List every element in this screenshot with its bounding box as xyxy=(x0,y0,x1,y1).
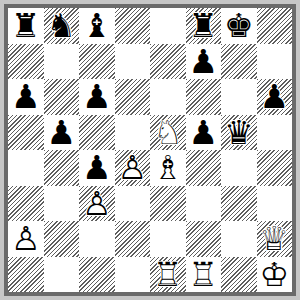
piece-halo: ♟ xyxy=(8,79,44,115)
piece-halo: ♜ xyxy=(8,8,44,44)
piece-halo: ♟ xyxy=(44,115,80,151)
black-pawn[interactable]: ♟♟ xyxy=(186,44,222,80)
square-a5[interactable] xyxy=(8,115,44,151)
square-e1[interactable]: ♜♖ xyxy=(150,257,186,293)
square-e6[interactable] xyxy=(150,79,186,115)
square-a8[interactable]: ♜♜ xyxy=(8,8,44,44)
piece-glyph: ♟ xyxy=(79,150,115,186)
square-h8[interactable] xyxy=(257,8,293,44)
white-knight[interactable]: ♞♘ xyxy=(150,115,186,151)
square-h6[interactable]: ♟♟ xyxy=(257,79,293,115)
white-king[interactable]: ♚♔ xyxy=(257,257,293,293)
square-a4[interactable] xyxy=(8,150,44,186)
piece-glyph: ♔ xyxy=(257,257,293,293)
square-f7[interactable]: ♟♟ xyxy=(186,44,222,80)
square-f3[interactable] xyxy=(186,186,222,222)
board-frame-inner: ♜♜♞♞♝♝♜♜♚♚♟♟♟♟♟♟♟♟♟♟♞♘♟♟♛♛♟♟♟♙♝♗♟♙♟♙♛♕♜♖… xyxy=(4,4,296,296)
piece-glyph: ♙ xyxy=(115,150,151,186)
square-d4[interactable]: ♟♙ xyxy=(115,150,151,186)
piece-glyph: ♞ xyxy=(44,8,80,44)
square-e3[interactable] xyxy=(150,186,186,222)
piece-halo: ♞ xyxy=(44,8,80,44)
white-pawn[interactable]: ♟♙ xyxy=(115,150,151,186)
white-rook[interactable]: ♜♖ xyxy=(186,257,222,293)
piece-glyph: ♟ xyxy=(186,44,222,80)
square-g4[interactable] xyxy=(221,150,257,186)
piece-halo: ♟ xyxy=(257,79,293,115)
square-e8[interactable] xyxy=(150,8,186,44)
square-d6[interactable] xyxy=(115,79,151,115)
square-g7[interactable] xyxy=(221,44,257,80)
square-b3[interactable] xyxy=(44,186,80,222)
piece-glyph: ♟ xyxy=(44,115,80,151)
piece-glyph: ♙ xyxy=(79,186,115,222)
square-h5[interactable] xyxy=(257,115,293,151)
white-queen[interactable]: ♛♕ xyxy=(257,221,293,257)
black-queen[interactable]: ♛♛ xyxy=(221,115,257,151)
square-a1[interactable] xyxy=(8,257,44,293)
piece-halo: ♝ xyxy=(150,150,186,186)
piece-glyph: ♛ xyxy=(221,115,257,151)
piece-glyph: ♗ xyxy=(150,150,186,186)
piece-halo: ♟ xyxy=(8,221,44,257)
square-d3[interactable] xyxy=(115,186,151,222)
piece-glyph: ♜ xyxy=(186,8,222,44)
square-c3[interactable]: ♟♙ xyxy=(79,186,115,222)
square-d7[interactable] xyxy=(115,44,151,80)
square-c1[interactable] xyxy=(79,257,115,293)
square-b2[interactable] xyxy=(44,221,80,257)
square-a6[interactable]: ♟♟ xyxy=(8,79,44,115)
square-h2[interactable]: ♛♕ xyxy=(257,221,293,257)
white-pawn[interactable]: ♟♙ xyxy=(79,186,115,222)
piece-halo: ♜ xyxy=(186,8,222,44)
piece-halo: ♚ xyxy=(257,257,293,293)
piece-halo: ♚ xyxy=(221,8,257,44)
square-e2[interactable] xyxy=(150,221,186,257)
square-b5[interactable]: ♟♟ xyxy=(44,115,80,151)
piece-glyph: ♝ xyxy=(79,8,115,44)
piece-halo: ♟ xyxy=(115,150,151,186)
piece-glyph: ♘ xyxy=(150,115,186,151)
black-pawn[interactable]: ♟♟ xyxy=(44,115,80,151)
square-b4[interactable] xyxy=(44,150,80,186)
black-pawn[interactable]: ♟♟ xyxy=(186,115,222,151)
square-f1[interactable]: ♜♖ xyxy=(186,257,222,293)
square-b8[interactable]: ♞♞ xyxy=(44,8,80,44)
black-king[interactable]: ♚♚ xyxy=(221,8,257,44)
white-pawn[interactable]: ♟♙ xyxy=(8,221,44,257)
piece-glyph: ♚ xyxy=(221,8,257,44)
piece-glyph: ♟ xyxy=(8,79,44,115)
piece-halo: ♟ xyxy=(186,44,222,80)
square-c8[interactable]: ♝♝ xyxy=(79,8,115,44)
chess-board: ♜♜♞♞♝♝♜♜♚♚♟♟♟♟♟♟♟♟♟♟♞♘♟♟♛♛♟♟♟♙♝♗♟♙♟♙♛♕♜♖… xyxy=(8,8,292,292)
square-g5[interactable]: ♛♛ xyxy=(221,115,257,151)
square-b1[interactable] xyxy=(44,257,80,293)
square-h7[interactable] xyxy=(257,44,293,80)
piece-glyph: ♟ xyxy=(257,79,293,115)
piece-halo: ♟ xyxy=(186,115,222,151)
square-g1[interactable] xyxy=(221,257,257,293)
square-d8[interactable] xyxy=(115,8,151,44)
black-rook[interactable]: ♜♜ xyxy=(8,8,44,44)
square-a2[interactable]: ♟♙ xyxy=(8,221,44,257)
square-b6[interactable] xyxy=(44,79,80,115)
square-d2[interactable] xyxy=(115,221,151,257)
square-d1[interactable] xyxy=(115,257,151,293)
square-g3[interactable] xyxy=(221,186,257,222)
square-a7[interactable] xyxy=(8,44,44,80)
black-bishop[interactable]: ♝♝ xyxy=(79,8,115,44)
black-rook[interactable]: ♜♜ xyxy=(186,8,222,44)
piece-halo: ♟ xyxy=(79,186,115,222)
square-e7[interactable] xyxy=(150,44,186,80)
square-b7[interactable] xyxy=(44,44,80,80)
piece-halo: ♜ xyxy=(150,257,186,293)
square-f6[interactable] xyxy=(186,79,222,115)
square-f4[interactable] xyxy=(186,150,222,186)
square-f5[interactable]: ♟♟ xyxy=(186,115,222,151)
square-c4[interactable]: ♟♟ xyxy=(79,150,115,186)
square-g6[interactable] xyxy=(221,79,257,115)
piece-glyph: ♖ xyxy=(186,257,222,293)
piece-glyph: ♕ xyxy=(257,221,293,257)
square-h4[interactable] xyxy=(257,150,293,186)
square-c5[interactable] xyxy=(79,115,115,151)
black-knight[interactable]: ♞♞ xyxy=(44,8,80,44)
square-c6[interactable]: ♟♟ xyxy=(79,79,115,115)
piece-halo: ♜ xyxy=(186,257,222,293)
piece-halo: ♞ xyxy=(150,115,186,151)
black-pawn[interactable]: ♟♟ xyxy=(8,79,44,115)
piece-glyph: ♖ xyxy=(150,257,186,293)
black-pawn[interactable]: ♟♟ xyxy=(79,150,115,186)
piece-halo: ♟ xyxy=(79,150,115,186)
square-a3[interactable] xyxy=(8,186,44,222)
square-g8[interactable]: ♚♚ xyxy=(221,8,257,44)
piece-glyph: ♜ xyxy=(8,8,44,44)
white-bishop[interactable]: ♝♗ xyxy=(150,150,186,186)
square-c7[interactable] xyxy=(79,44,115,80)
piece-glyph: ♟ xyxy=(79,79,115,115)
square-e5[interactable]: ♞♘ xyxy=(150,115,186,151)
square-d5[interactable] xyxy=(115,115,151,151)
piece-halo: ♛ xyxy=(221,115,257,151)
piece-halo: ♝ xyxy=(79,8,115,44)
black-pawn[interactable]: ♟♟ xyxy=(257,79,293,115)
square-f8[interactable]: ♜♜ xyxy=(186,8,222,44)
piece-glyph: ♙ xyxy=(8,221,44,257)
piece-glyph: ♟ xyxy=(186,115,222,151)
square-c2[interactable] xyxy=(79,221,115,257)
white-rook[interactable]: ♜♖ xyxy=(150,257,186,293)
piece-halo: ♛ xyxy=(257,221,293,257)
square-h3[interactable] xyxy=(257,186,293,222)
square-f2[interactable] xyxy=(186,221,222,257)
piece-halo: ♟ xyxy=(79,79,115,115)
square-e4[interactable]: ♝♗ xyxy=(150,150,186,186)
square-h1[interactable]: ♚♔ xyxy=(257,257,293,293)
black-pawn[interactable]: ♟♟ xyxy=(79,79,115,115)
square-g2[interactable] xyxy=(221,221,257,257)
board-frame: ♜♜♞♞♝♝♜♜♚♚♟♟♟♟♟♟♟♟♟♟♞♘♟♟♛♛♟♟♟♙♝♗♟♙♟♙♛♕♜♖… xyxy=(0,0,300,300)
